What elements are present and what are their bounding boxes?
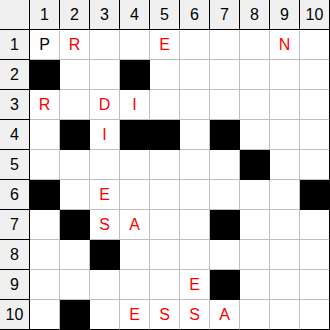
grid-cell[interactable] bbox=[270, 60, 300, 90]
grid-cell[interactable] bbox=[30, 240, 60, 270]
grid-cell[interactable] bbox=[90, 150, 120, 180]
black-cell bbox=[150, 120, 180, 150]
row-header-1: 1 bbox=[0, 30, 30, 60]
black-cell bbox=[210, 120, 240, 150]
grid-cell[interactable] bbox=[270, 210, 300, 240]
grid-cell[interactable] bbox=[60, 270, 90, 300]
grid-cell[interactable] bbox=[240, 300, 270, 330]
row-header-6: 6 bbox=[0, 180, 30, 210]
grid-cell[interactable] bbox=[30, 120, 60, 150]
grid-cell[interactable] bbox=[180, 240, 210, 270]
grid-cell[interactable] bbox=[300, 270, 330, 300]
grid-cell[interactable] bbox=[210, 150, 240, 180]
grid-cell[interactable] bbox=[120, 180, 150, 210]
grid-cell[interactable] bbox=[150, 150, 180, 180]
grid-cell[interactable] bbox=[150, 60, 180, 90]
column-header-7: 7 bbox=[210, 0, 240, 30]
grid-cell[interactable] bbox=[210, 240, 240, 270]
row-header-8: 8 bbox=[0, 240, 30, 270]
row-header-7: 7 bbox=[0, 210, 30, 240]
grid-cell[interactable] bbox=[240, 270, 270, 300]
grid-cell[interactable] bbox=[120, 240, 150, 270]
grid-cell[interactable] bbox=[60, 90, 90, 120]
grid-cell[interactable] bbox=[180, 60, 210, 90]
grid-cell[interactable] bbox=[270, 270, 300, 300]
grid-cell[interactable] bbox=[90, 270, 120, 300]
grid-cell[interactable] bbox=[240, 120, 270, 150]
grid-cell[interactable]: E bbox=[180, 270, 210, 300]
grid-cell[interactable] bbox=[90, 60, 120, 90]
grid-cell[interactable] bbox=[210, 90, 240, 120]
grid-cell[interactable] bbox=[180, 180, 210, 210]
grid-cell[interactable]: E bbox=[120, 300, 150, 330]
grid-cell[interactable] bbox=[300, 90, 330, 120]
grid-cell[interactable] bbox=[150, 90, 180, 120]
grid-cell[interactable] bbox=[90, 300, 120, 330]
column-header-10: 10 bbox=[300, 0, 330, 30]
grid-cell[interactable]: E bbox=[90, 180, 120, 210]
grid-cell[interactable] bbox=[60, 60, 90, 90]
grid-cell[interactable]: I bbox=[90, 120, 120, 150]
grid-cell[interactable]: R bbox=[30, 90, 60, 120]
grid-cell[interactable] bbox=[210, 30, 240, 60]
grid-cell[interactable] bbox=[210, 180, 240, 210]
grid-cell[interactable]: E bbox=[150, 30, 180, 60]
grid-cell[interactable] bbox=[120, 30, 150, 60]
grid-cell[interactable] bbox=[300, 240, 330, 270]
grid-cell[interactable] bbox=[270, 120, 300, 150]
grid-cell[interactable] bbox=[150, 210, 180, 240]
black-cell bbox=[60, 120, 90, 150]
grid-cell[interactable]: A bbox=[210, 300, 240, 330]
grid-cell[interactable] bbox=[300, 120, 330, 150]
grid-cell[interactable] bbox=[180, 210, 210, 240]
grid-cell[interactable] bbox=[150, 270, 180, 300]
grid-cell[interactable] bbox=[180, 90, 210, 120]
row-header-4: 4 bbox=[0, 120, 30, 150]
column-header-3: 3 bbox=[90, 0, 120, 30]
row-header-9: 9 bbox=[0, 270, 30, 300]
grid-cell[interactable] bbox=[180, 30, 210, 60]
grid-cell[interactable] bbox=[60, 150, 90, 180]
black-cell bbox=[60, 300, 90, 330]
column-header-5: 5 bbox=[150, 0, 180, 30]
grid-cell[interactable] bbox=[30, 300, 60, 330]
grid-cell[interactable] bbox=[240, 60, 270, 90]
black-cell bbox=[30, 180, 60, 210]
black-cell bbox=[30, 60, 60, 90]
grid-cell[interactable] bbox=[270, 150, 300, 180]
column-header-2: 2 bbox=[60, 0, 90, 30]
grid-cell[interactable] bbox=[180, 150, 210, 180]
grid-cell[interactable] bbox=[300, 300, 330, 330]
column-header-8: 8 bbox=[240, 0, 270, 30]
grid-cell[interactable] bbox=[240, 30, 270, 60]
grid-cell[interactable] bbox=[240, 90, 270, 120]
grid-cell[interactable] bbox=[30, 270, 60, 300]
grid-cell[interactable]: D bbox=[90, 90, 120, 120]
grid-cell[interactable] bbox=[300, 150, 330, 180]
grid-cell[interactable] bbox=[90, 30, 120, 60]
column-header-6: 6 bbox=[180, 0, 210, 30]
grid-cell[interactable]: S bbox=[180, 300, 210, 330]
grid-cell[interactable] bbox=[240, 240, 270, 270]
grid-cell[interactable] bbox=[300, 210, 330, 240]
grid-cell[interactable] bbox=[270, 300, 300, 330]
row-header-5: 5 bbox=[0, 150, 30, 180]
black-cell bbox=[90, 240, 120, 270]
black-cell bbox=[210, 270, 240, 300]
row-header-3: 3 bbox=[0, 90, 30, 120]
grid-cell[interactable] bbox=[30, 150, 60, 180]
corner-cell bbox=[0, 0, 30, 30]
grid-cell[interactable]: I bbox=[120, 90, 150, 120]
grid-cell[interactable]: A bbox=[120, 210, 150, 240]
grid-cell[interactable]: P bbox=[30, 30, 60, 60]
grid-cell[interactable] bbox=[150, 240, 180, 270]
row-header-10: 10 bbox=[0, 300, 30, 330]
column-header-9: 9 bbox=[270, 0, 300, 30]
grid-cell[interactable] bbox=[210, 60, 240, 90]
black-cell bbox=[300, 180, 330, 210]
grid-cell[interactable] bbox=[180, 120, 210, 150]
grid-cell[interactable] bbox=[270, 240, 300, 270]
grid-cell[interactable] bbox=[240, 210, 270, 240]
grid-cell[interactable] bbox=[60, 180, 90, 210]
column-header-1: 1 bbox=[30, 0, 60, 30]
grid-cell[interactable]: S bbox=[90, 210, 120, 240]
grid-cell[interactable] bbox=[120, 270, 150, 300]
grid-cell[interactable] bbox=[240, 180, 270, 210]
black-cell bbox=[120, 60, 150, 90]
grid-cell[interactable]: R bbox=[60, 30, 90, 60]
grid-cell[interactable]: N bbox=[270, 30, 300, 60]
black-cell bbox=[60, 210, 90, 240]
black-cell bbox=[120, 120, 150, 150]
grid-cell[interactable] bbox=[270, 90, 300, 120]
grid-cell[interactable] bbox=[30, 210, 60, 240]
grid-cell[interactable] bbox=[120, 150, 150, 180]
black-cell bbox=[210, 210, 240, 240]
grid-cell[interactable] bbox=[150, 180, 180, 210]
grid-cell[interactable] bbox=[270, 180, 300, 210]
grid-cell[interactable]: S bbox=[150, 300, 180, 330]
grid-cell[interactable] bbox=[60, 240, 90, 270]
grid-cell[interactable] bbox=[300, 60, 330, 90]
row-header-2: 2 bbox=[0, 60, 30, 90]
crossword-board: 123456789101PREN23RDI4I56E7SA89E10ESSA bbox=[0, 0, 330, 330]
black-cell bbox=[240, 150, 270, 180]
column-header-4: 4 bbox=[120, 0, 150, 30]
grid-cell[interactable] bbox=[300, 30, 330, 60]
